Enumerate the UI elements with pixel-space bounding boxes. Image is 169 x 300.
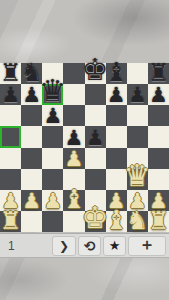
black-rook[interactable]: ♜ xyxy=(148,61,169,85)
white-queen[interactable]: ♛ xyxy=(124,161,151,191)
square-g5[interactable] xyxy=(127,126,148,147)
square-b5[interactable] xyxy=(21,126,42,147)
white-pawn[interactable]: ♟ xyxy=(65,149,84,170)
white-pawn[interactable]: ♟ xyxy=(22,191,41,212)
square-h1[interactable]: ♜ xyxy=(148,211,169,232)
plus-icon: ＋ xyxy=(139,235,155,256)
white-pawn[interactable]: ♟ xyxy=(43,191,62,212)
square-b2[interactable]: ♟ xyxy=(21,190,42,211)
square-c1[interactable] xyxy=(42,211,63,232)
square-e5[interactable]: ♟ xyxy=(85,126,106,147)
white-bishop[interactable]: ♝ xyxy=(105,207,128,233)
chess-board: ♜♞♚♝♜♟♟♛♟♟♟♟♟♟♟♛♟♟♟♝♟♟♟♜♚♝♞♜ xyxy=(0,63,169,232)
black-pawn[interactable]: ♟ xyxy=(149,85,168,106)
white-rook[interactable]: ♜ xyxy=(148,209,169,233)
new-game-button[interactable]: ＋ xyxy=(128,236,166,256)
square-a3[interactable] xyxy=(0,169,21,190)
black-pawn[interactable]: ♟ xyxy=(43,106,62,127)
square-d5[interactable]: ♟ xyxy=(63,126,84,147)
undo-button[interactable]: ⟲ xyxy=(78,236,101,256)
square-g6[interactable] xyxy=(127,105,148,126)
square-a5[interactable] xyxy=(0,126,21,147)
next-move-button[interactable]: ❯ xyxy=(52,236,76,256)
square-e3[interactable] xyxy=(85,169,106,190)
square-b3[interactable] xyxy=(21,169,42,190)
square-d7[interactable] xyxy=(63,84,84,105)
square-f5[interactable] xyxy=(106,126,127,147)
square-f7[interactable]: ♟ xyxy=(106,84,127,105)
black-rook[interactable]: ♜ xyxy=(0,61,21,85)
square-c3[interactable] xyxy=(42,169,63,190)
square-f6[interactable] xyxy=(106,105,127,126)
chevron-right-icon: ❯ xyxy=(59,239,69,253)
square-a8[interactable]: ♜ xyxy=(0,63,21,84)
square-c4[interactable] xyxy=(42,148,63,169)
square-e1[interactable]: ♚ xyxy=(85,211,106,232)
favorite-button[interactable]: ★ xyxy=(103,236,126,256)
black-pawn[interactable]: ♟ xyxy=(65,128,84,149)
bottom-toolbar: 1 ❯ ⟲ ★ ＋ xyxy=(0,233,169,258)
black-pawn[interactable]: ♟ xyxy=(22,85,41,106)
square-h3[interactable] xyxy=(148,169,169,190)
square-f8[interactable]: ♝ xyxy=(106,63,127,84)
square-a1[interactable]: ♜ xyxy=(0,211,21,232)
square-a6[interactable] xyxy=(0,105,21,126)
undo-history-icon: ⟲ xyxy=(84,238,96,254)
black-pawn[interactable]: ♟ xyxy=(128,85,147,106)
black-pawn[interactable]: ♟ xyxy=(86,128,105,149)
square-h4[interactable] xyxy=(148,148,169,169)
square-h7[interactable]: ♟ xyxy=(148,84,169,105)
square-g7[interactable]: ♟ xyxy=(127,84,148,105)
square-b6[interactable] xyxy=(21,105,42,126)
white-rook[interactable]: ♜ xyxy=(0,209,21,233)
square-e7[interactable] xyxy=(85,84,106,105)
black-pawn[interactable]: ♟ xyxy=(107,85,126,106)
black-pawn[interactable]: ♟ xyxy=(1,85,20,106)
square-h6[interactable] xyxy=(148,105,169,126)
square-b1[interactable] xyxy=(21,211,42,232)
square-h8[interactable]: ♜ xyxy=(148,63,169,84)
star-icon: ★ xyxy=(109,238,121,253)
square-b4[interactable] xyxy=(21,148,42,169)
square-c6[interactable]: ♟ xyxy=(42,105,63,126)
black-queen[interactable]: ♛ xyxy=(39,76,66,106)
square-c7[interactable]: ♛ xyxy=(42,84,63,105)
square-e6[interactable] xyxy=(85,105,106,126)
square-f1[interactable]: ♝ xyxy=(106,211,127,232)
black-bishop[interactable]: ♝ xyxy=(105,59,128,85)
white-knight[interactable]: ♞ xyxy=(126,208,148,233)
square-g8[interactable] xyxy=(127,63,148,84)
square-g1[interactable]: ♞ xyxy=(127,211,148,232)
square-h5[interactable] xyxy=(148,126,169,147)
square-a7[interactable]: ♟ xyxy=(0,84,21,105)
square-c2[interactable]: ♟ xyxy=(42,190,63,211)
move-counter: 1 xyxy=(8,239,51,253)
square-d4[interactable]: ♟ xyxy=(63,148,84,169)
square-a4[interactable] xyxy=(0,148,21,169)
square-e8[interactable]: ♚ xyxy=(85,63,106,84)
square-d6[interactable] xyxy=(63,105,84,126)
square-e4[interactable] xyxy=(85,148,106,169)
square-g3[interactable]: ♛ xyxy=(127,169,148,190)
square-c5[interactable] xyxy=(42,126,63,147)
